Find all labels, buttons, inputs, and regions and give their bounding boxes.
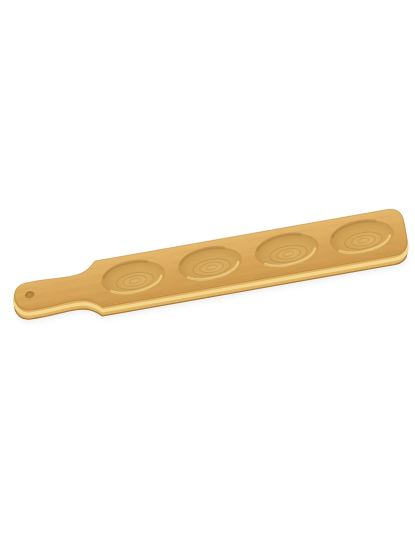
flight-paddle-illustration — [0, 0, 415, 540]
product-photo — [0, 0, 415, 540]
